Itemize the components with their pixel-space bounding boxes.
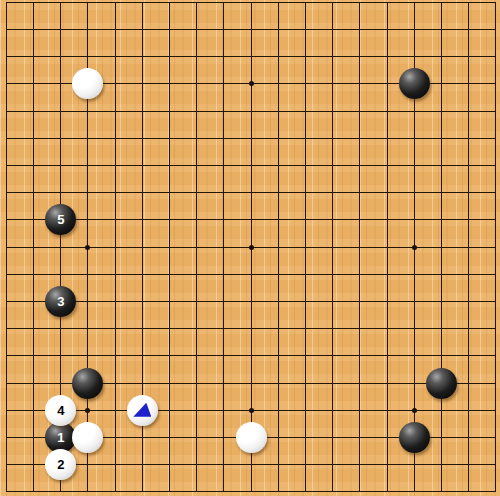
intersection[interactable] (156, 369, 183, 396)
intersection[interactable] (319, 125, 346, 152)
intersection[interactable] (455, 70, 482, 97)
intersection[interactable] (156, 43, 183, 70)
intersection[interactable] (292, 70, 319, 97)
intersection[interactable] (319, 234, 346, 261)
intersection[interactable] (346, 16, 373, 43)
intersection[interactable] (20, 16, 47, 43)
intersection[interactable] (129, 206, 156, 233)
intersection[interactable] (482, 424, 500, 451)
intersection[interactable] (0, 288, 20, 315)
intersection[interactable] (319, 98, 346, 125)
intersection[interactable] (129, 70, 156, 97)
intersection[interactable] (428, 424, 455, 451)
intersection[interactable] (210, 98, 237, 125)
intersection[interactable] (292, 342, 319, 369)
intersection[interactable] (129, 0, 156, 16)
intersection[interactable] (156, 0, 183, 16)
intersection[interactable] (102, 369, 129, 396)
intersection[interactable] (265, 315, 292, 342)
intersection[interactable] (238, 369, 265, 396)
intersection[interactable] (47, 98, 74, 125)
intersection[interactable] (74, 261, 101, 288)
intersection[interactable] (373, 315, 400, 342)
intersection[interactable] (265, 478, 292, 496)
intersection[interactable] (455, 125, 482, 152)
intersection[interactable] (455, 16, 482, 43)
intersection[interactable] (102, 43, 129, 70)
intersection[interactable] (210, 179, 237, 206)
intersection[interactable] (238, 43, 265, 70)
intersection[interactable] (238, 451, 265, 478)
intersection[interactable] (265, 206, 292, 233)
intersection[interactable] (129, 315, 156, 342)
intersection[interactable] (346, 315, 373, 342)
intersection[interactable] (401, 16, 428, 43)
intersection[interactable] (102, 261, 129, 288)
intersection[interactable] (482, 234, 500, 261)
intersection[interactable] (455, 451, 482, 478)
intersection[interactable] (319, 206, 346, 233)
intersection[interactable] (428, 206, 455, 233)
intersection[interactable] (0, 206, 20, 233)
intersection[interactable] (346, 125, 373, 152)
intersection[interactable] (156, 152, 183, 179)
intersection[interactable] (0, 43, 20, 70)
intersection[interactable] (129, 98, 156, 125)
intersection[interactable] (0, 179, 20, 206)
intersection[interactable] (238, 288, 265, 315)
intersection[interactable] (47, 234, 74, 261)
intersection[interactable] (455, 261, 482, 288)
intersection[interactable] (0, 0, 20, 16)
intersection[interactable] (482, 478, 500, 496)
intersection[interactable] (102, 70, 129, 97)
intersection[interactable] (210, 206, 237, 233)
intersection[interactable] (428, 70, 455, 97)
intersection[interactable] (74, 152, 101, 179)
intersection[interactable] (0, 98, 20, 125)
intersection[interactable] (0, 315, 20, 342)
intersection[interactable] (102, 478, 129, 496)
intersection[interactable] (265, 342, 292, 369)
intersection[interactable] (346, 179, 373, 206)
intersection[interactable] (373, 0, 400, 16)
intersection[interactable] (428, 98, 455, 125)
intersection[interactable] (0, 16, 20, 43)
intersection[interactable] (482, 179, 500, 206)
intersection[interactable] (482, 0, 500, 16)
intersection[interactable] (210, 125, 237, 152)
intersection[interactable] (210, 70, 237, 97)
intersection[interactable] (0, 451, 20, 478)
intersection[interactable] (346, 70, 373, 97)
intersection[interactable] (156, 424, 183, 451)
intersection[interactable] (428, 451, 455, 478)
intersection[interactable] (183, 478, 210, 496)
intersection[interactable] (129, 369, 156, 396)
intersection[interactable] (319, 70, 346, 97)
intersection[interactable] (20, 179, 47, 206)
intersection[interactable] (47, 369, 74, 396)
intersection[interactable] (238, 16, 265, 43)
intersection[interactable] (183, 98, 210, 125)
intersection[interactable] (346, 451, 373, 478)
intersection[interactable] (346, 98, 373, 125)
intersection[interactable] (102, 152, 129, 179)
intersection[interactable] (346, 43, 373, 70)
intersection[interactable] (482, 16, 500, 43)
intersection[interactable] (346, 369, 373, 396)
intersection[interactable] (265, 369, 292, 396)
intersection[interactable] (183, 16, 210, 43)
intersection[interactable] (102, 234, 129, 261)
intersection[interactable] (129, 261, 156, 288)
intersection[interactable] (482, 261, 500, 288)
intersection[interactable] (156, 451, 183, 478)
intersection[interactable] (482, 206, 500, 233)
intersection[interactable] (183, 288, 210, 315)
go-board[interactable]: 12345 (0, 0, 500, 496)
intersection[interactable] (373, 288, 400, 315)
intersection[interactable] (292, 234, 319, 261)
intersection[interactable] (482, 98, 500, 125)
intersection[interactable] (401, 206, 428, 233)
intersection[interactable] (210, 152, 237, 179)
intersection[interactable] (401, 152, 428, 179)
intersection[interactable] (482, 369, 500, 396)
intersection[interactable] (47, 43, 74, 70)
intersection[interactable] (482, 342, 500, 369)
intersection[interactable] (183, 424, 210, 451)
intersection[interactable] (183, 179, 210, 206)
intersection[interactable] (129, 43, 156, 70)
intersection[interactable] (265, 424, 292, 451)
intersection[interactable] (319, 261, 346, 288)
intersection[interactable] (292, 125, 319, 152)
intersection[interactable] (401, 315, 428, 342)
intersection[interactable] (74, 0, 101, 16)
intersection[interactable] (102, 98, 129, 125)
intersection[interactable] (102, 315, 129, 342)
intersection[interactable] (20, 70, 47, 97)
intersection[interactable] (428, 288, 455, 315)
intersection[interactable] (156, 206, 183, 233)
intersection[interactable] (346, 478, 373, 496)
intersection[interactable] (428, 234, 455, 261)
intersection[interactable] (183, 342, 210, 369)
intersection[interactable] (292, 206, 319, 233)
intersection[interactable] (183, 397, 210, 424)
intersection[interactable] (183, 315, 210, 342)
intersection[interactable] (401, 43, 428, 70)
intersection[interactable] (265, 16, 292, 43)
intersection[interactable] (455, 315, 482, 342)
intersection[interactable] (428, 43, 455, 70)
intersection[interactable] (373, 125, 400, 152)
intersection[interactable] (20, 234, 47, 261)
intersection[interactable] (156, 342, 183, 369)
intersection[interactable] (346, 261, 373, 288)
intersection[interactable] (373, 369, 400, 396)
intersection[interactable] (210, 43, 237, 70)
intersection[interactable] (428, 0, 455, 16)
intersection[interactable] (265, 70, 292, 97)
intersection[interactable] (74, 342, 101, 369)
intersection[interactable] (20, 369, 47, 396)
intersection[interactable] (428, 152, 455, 179)
intersection[interactable] (74, 98, 101, 125)
intersection[interactable] (455, 43, 482, 70)
intersection[interactable] (401, 179, 428, 206)
intersection[interactable] (210, 369, 237, 396)
intersection[interactable] (482, 315, 500, 342)
intersection[interactable] (102, 397, 129, 424)
intersection[interactable] (346, 206, 373, 233)
intersection[interactable] (210, 0, 237, 16)
intersection[interactable] (292, 43, 319, 70)
intersection[interactable] (319, 288, 346, 315)
intersection[interactable] (0, 342, 20, 369)
intersection[interactable] (47, 315, 74, 342)
intersection[interactable] (47, 342, 74, 369)
intersection[interactable] (129, 342, 156, 369)
intersection[interactable] (20, 43, 47, 70)
intersection[interactable] (0, 397, 20, 424)
intersection[interactable] (0, 70, 20, 97)
intersection[interactable] (183, 0, 210, 16)
intersection[interactable] (292, 98, 319, 125)
intersection[interactable] (346, 0, 373, 16)
intersection[interactable] (129, 16, 156, 43)
intersection[interactable] (373, 451, 400, 478)
intersection[interactable] (319, 342, 346, 369)
intersection[interactable] (102, 288, 129, 315)
intersection[interactable] (373, 70, 400, 97)
intersection[interactable] (482, 70, 500, 97)
intersection[interactable] (482, 288, 500, 315)
intersection[interactable] (183, 43, 210, 70)
intersection[interactable] (428, 125, 455, 152)
intersection[interactable] (238, 152, 265, 179)
intersection[interactable] (20, 397, 47, 424)
intersection[interactable] (129, 424, 156, 451)
intersection[interactable] (238, 179, 265, 206)
intersection[interactable] (20, 206, 47, 233)
intersection[interactable] (47, 261, 74, 288)
intersection[interactable] (319, 478, 346, 496)
intersection[interactable] (156, 16, 183, 43)
intersection[interactable] (20, 152, 47, 179)
intersection[interactable] (428, 179, 455, 206)
intersection[interactable] (102, 179, 129, 206)
intersection[interactable] (292, 179, 319, 206)
intersection[interactable] (346, 342, 373, 369)
intersection[interactable] (401, 0, 428, 16)
intersection[interactable] (455, 342, 482, 369)
intersection[interactable] (183, 451, 210, 478)
intersection[interactable] (265, 261, 292, 288)
intersection[interactable] (482, 125, 500, 152)
intersection[interactable] (455, 424, 482, 451)
intersection[interactable] (319, 43, 346, 70)
intersection[interactable] (428, 478, 455, 496)
intersection[interactable] (74, 206, 101, 233)
intersection[interactable] (455, 152, 482, 179)
intersection[interactable] (373, 206, 400, 233)
intersection[interactable] (373, 43, 400, 70)
intersection[interactable] (373, 179, 400, 206)
intersection[interactable] (210, 397, 237, 424)
intersection[interactable] (455, 288, 482, 315)
intersection[interactable] (265, 451, 292, 478)
intersection[interactable] (292, 288, 319, 315)
intersection[interactable] (319, 424, 346, 451)
intersection[interactable] (292, 0, 319, 16)
intersection[interactable] (0, 369, 20, 396)
intersection[interactable] (20, 261, 47, 288)
intersection[interactable] (401, 98, 428, 125)
intersection[interactable] (210, 315, 237, 342)
intersection[interactable] (210, 16, 237, 43)
intersection[interactable] (102, 0, 129, 16)
intersection[interactable] (183, 206, 210, 233)
intersection[interactable] (292, 315, 319, 342)
intersection[interactable] (20, 478, 47, 496)
intersection[interactable] (265, 152, 292, 179)
intersection[interactable] (20, 0, 47, 16)
intersection[interactable] (319, 369, 346, 396)
intersection[interactable] (102, 451, 129, 478)
intersection[interactable] (156, 397, 183, 424)
intersection[interactable] (238, 478, 265, 496)
intersection[interactable] (373, 261, 400, 288)
intersection[interactable] (238, 0, 265, 16)
intersection[interactable] (292, 152, 319, 179)
intersection[interactable] (74, 288, 101, 315)
intersection[interactable] (74, 125, 101, 152)
intersection[interactable] (238, 315, 265, 342)
intersection[interactable] (482, 152, 500, 179)
intersection[interactable] (373, 152, 400, 179)
intersection[interactable] (210, 234, 237, 261)
intersection[interactable] (455, 234, 482, 261)
intersection[interactable] (319, 0, 346, 16)
intersection[interactable] (292, 424, 319, 451)
intersection[interactable] (319, 315, 346, 342)
intersection[interactable] (346, 152, 373, 179)
intersection[interactable] (482, 451, 500, 478)
intersection[interactable] (47, 0, 74, 16)
intersection[interactable] (0, 152, 20, 179)
intersection[interactable] (102, 424, 129, 451)
intersection[interactable] (265, 98, 292, 125)
intersection[interactable] (292, 451, 319, 478)
intersection[interactable] (20, 451, 47, 478)
intersection[interactable] (373, 478, 400, 496)
intersection[interactable] (156, 315, 183, 342)
intersection[interactable] (319, 16, 346, 43)
intersection[interactable] (292, 478, 319, 496)
intersection[interactable] (401, 125, 428, 152)
intersection[interactable] (156, 261, 183, 288)
intersection[interactable] (455, 179, 482, 206)
intersection[interactable] (455, 369, 482, 396)
intersection[interactable] (373, 98, 400, 125)
intersection[interactable] (47, 152, 74, 179)
intersection[interactable] (0, 125, 20, 152)
intersection[interactable] (47, 16, 74, 43)
intersection[interactable] (74, 179, 101, 206)
intersection[interactable] (129, 478, 156, 496)
intersection[interactable] (74, 43, 101, 70)
intersection[interactable] (129, 288, 156, 315)
intersection[interactable] (265, 288, 292, 315)
intersection[interactable] (373, 424, 400, 451)
intersection[interactable] (265, 179, 292, 206)
intersection[interactable] (455, 206, 482, 233)
intersection[interactable] (129, 152, 156, 179)
intersection[interactable] (373, 397, 400, 424)
intersection[interactable] (129, 234, 156, 261)
intersection[interactable] (455, 98, 482, 125)
intersection[interactable] (292, 397, 319, 424)
intersection[interactable] (47, 70, 74, 97)
intersection[interactable] (156, 125, 183, 152)
intersection[interactable] (455, 397, 482, 424)
intersection[interactable] (47, 125, 74, 152)
intersection[interactable] (292, 261, 319, 288)
intersection[interactable] (129, 451, 156, 478)
intersection[interactable] (0, 234, 20, 261)
intersection[interactable] (20, 342, 47, 369)
intersection[interactable] (455, 478, 482, 496)
intersection[interactable] (428, 16, 455, 43)
intersection[interactable] (0, 424, 20, 451)
intersection[interactable] (210, 261, 237, 288)
intersection[interactable] (373, 16, 400, 43)
intersection[interactable] (401, 478, 428, 496)
intersection[interactable] (74, 451, 101, 478)
intersection[interactable] (210, 424, 237, 451)
intersection[interactable] (183, 125, 210, 152)
intersection[interactable] (238, 125, 265, 152)
intersection[interactable] (265, 125, 292, 152)
intersection[interactable] (102, 206, 129, 233)
intersection[interactable] (20, 288, 47, 315)
intersection[interactable] (265, 234, 292, 261)
intersection[interactable] (482, 43, 500, 70)
intersection[interactable] (238, 98, 265, 125)
intersection[interactable] (183, 234, 210, 261)
intersection[interactable] (238, 261, 265, 288)
intersection[interactable] (292, 369, 319, 396)
intersection[interactable] (210, 478, 237, 496)
intersection[interactable] (346, 288, 373, 315)
intersection[interactable] (428, 261, 455, 288)
intersection[interactable] (20, 98, 47, 125)
intersection[interactable] (183, 70, 210, 97)
intersection[interactable] (401, 288, 428, 315)
intersection[interactable] (156, 288, 183, 315)
intersection[interactable] (102, 125, 129, 152)
intersection[interactable] (346, 424, 373, 451)
intersection[interactable] (319, 152, 346, 179)
intersection[interactable] (210, 288, 237, 315)
intersection[interactable] (455, 0, 482, 16)
intersection[interactable] (401, 451, 428, 478)
intersection[interactable] (0, 261, 20, 288)
intersection[interactable] (265, 397, 292, 424)
